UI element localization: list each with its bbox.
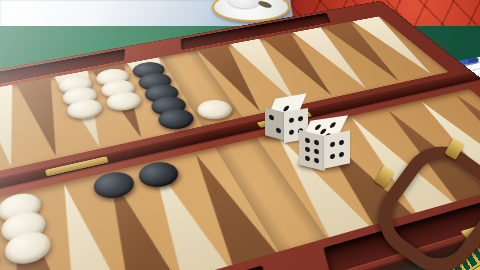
pip	[339, 140, 344, 146]
pip	[289, 129, 294, 135]
backgammon-scene	[0, 0, 480, 270]
die2-front-face-6	[299, 130, 325, 171]
pip	[305, 146, 310, 152]
black-checker[interactable]	[90, 169, 138, 202]
pip	[314, 148, 319, 154]
pip	[339, 151, 344, 157]
pip	[314, 124, 322, 130]
pip	[269, 115, 274, 121]
black-checker[interactable]	[135, 159, 183, 191]
pip	[314, 139, 319, 145]
pip	[305, 137, 310, 143]
pip	[276, 127, 281, 133]
pip	[314, 158, 319, 164]
pip	[330, 153, 335, 159]
pip	[329, 122, 337, 128]
die1-left-face-2	[265, 107, 285, 141]
die-2[interactable]	[296, 118, 352, 176]
pip	[330, 142, 335, 148]
pip	[289, 118, 294, 124]
pip	[305, 155, 310, 161]
die2-right-face-4	[324, 130, 350, 169]
